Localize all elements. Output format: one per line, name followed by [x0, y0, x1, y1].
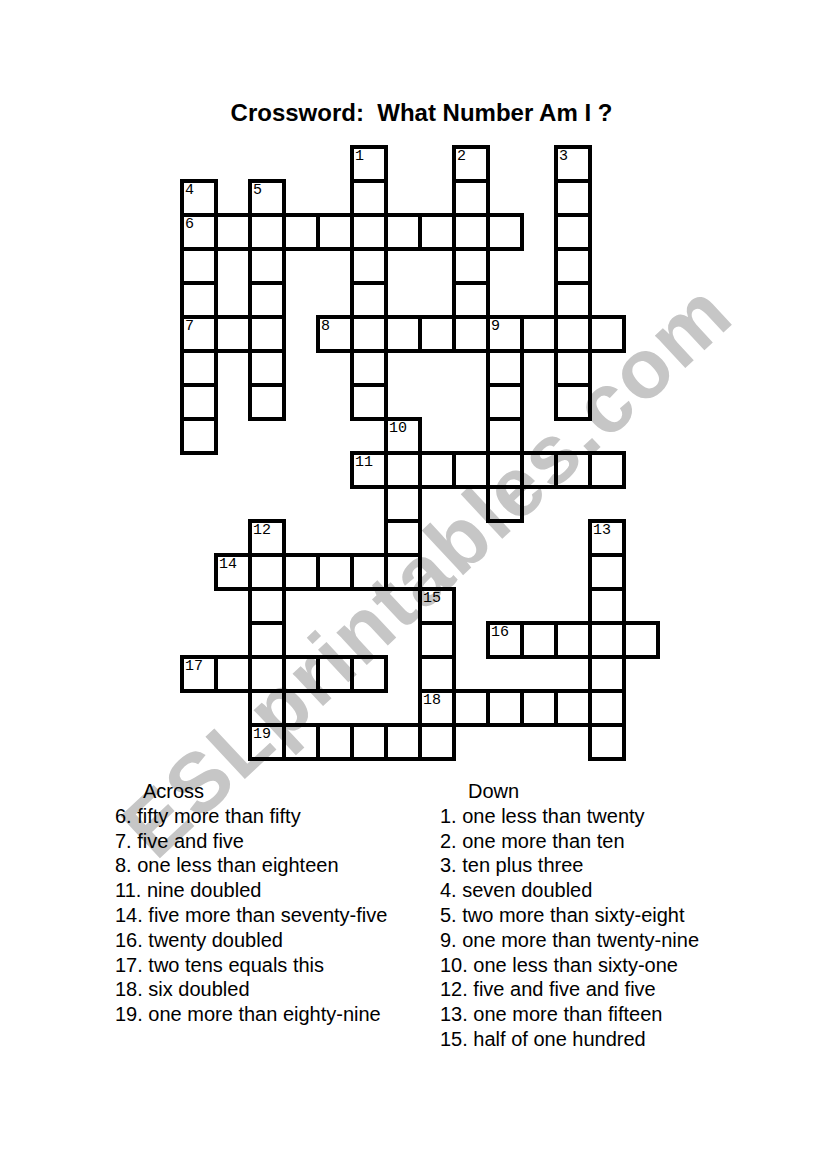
grid-cell[interactable] [316, 553, 354, 591]
grid-cell[interactable] [520, 621, 558, 659]
grid-cell[interactable] [520, 689, 558, 727]
grid-cell[interactable] [350, 281, 388, 319]
clue-number: 18 [423, 693, 441, 708]
across-clue: 16. twenty doubled [115, 928, 445, 953]
grid-cell[interactable] [248, 281, 286, 319]
grid-cell[interactable] [384, 213, 422, 251]
grid-cell[interactable] [350, 383, 388, 421]
grid-cell[interactable] [418, 451, 456, 489]
clue-number: 1 [355, 149, 364, 164]
grid-cell[interactable] [418, 213, 456, 251]
grid-cell[interactable] [418, 723, 456, 761]
grid-cell[interactable] [418, 621, 456, 659]
grid-cell[interactable] [452, 281, 490, 319]
grid-cell[interactable] [486, 349, 524, 387]
grid-cell[interactable] [282, 553, 320, 591]
grid-cell[interactable] [248, 655, 286, 693]
grid-cell[interactable] [248, 247, 286, 285]
across-clue: 18. six doubled [115, 977, 445, 1002]
clue-number: 15 [423, 591, 441, 606]
down-clue: 3. ten plus three [440, 853, 780, 878]
down-clue: 15. half of one hundred [440, 1027, 780, 1052]
across-clue: 19. one more than eighty-nine [115, 1002, 445, 1027]
down-clue: 4. seven doubled [440, 878, 780, 903]
grid-cell[interactable] [588, 587, 626, 625]
grid-cell[interactable] [588, 315, 626, 353]
grid-cell[interactable] [486, 485, 524, 523]
clue-number: 4 [185, 183, 194, 198]
clue-number: 5 [253, 183, 262, 198]
grid-cell[interactable] [588, 723, 626, 761]
down-clue: 10. one less than sixty-one [440, 953, 780, 978]
grid-cell[interactable] [588, 553, 626, 591]
grid-cell[interactable] [248, 383, 286, 421]
grid-cell[interactable] [418, 315, 456, 353]
grid-cell[interactable] [554, 247, 592, 285]
grid-cell[interactable] [248, 621, 286, 659]
grid-cell[interactable]: 7 [180, 315, 218, 353]
grid-cell[interactable]: 19 [248, 723, 286, 761]
grid-cell[interactable] [180, 417, 218, 455]
grid-cell[interactable] [452, 689, 490, 727]
grid-cell[interactable] [384, 315, 422, 353]
grid-cell[interactable] [452, 451, 490, 489]
across-clue: 6. fifty more than fifty [115, 804, 445, 829]
grid-cell[interactable] [588, 655, 626, 693]
grid-cell[interactable]: 12 [248, 519, 286, 557]
down-clue: 12. five and five and five [440, 977, 780, 1002]
grid-cell[interactable]: 15 [418, 587, 456, 625]
clue-number: 7 [185, 319, 194, 334]
grid-cell[interactable] [486, 689, 524, 727]
down-clues-section: Down 1. one less than twenty2. one more … [440, 779, 780, 1052]
grid-cell[interactable]: 5 [248, 179, 286, 217]
grid-cell[interactable] [384, 553, 422, 591]
clue-number: 14 [219, 557, 237, 572]
grid-cell[interactable] [486, 383, 524, 421]
grid-cell[interactable]: 16 [486, 621, 524, 659]
grid-cell[interactable]: 4 [180, 179, 218, 217]
grid-cell[interactable]: 10 [384, 417, 422, 455]
grid-cell[interactable] [282, 213, 320, 251]
grid-cell[interactable] [214, 655, 252, 693]
grid-cell[interactable] [520, 451, 558, 489]
grid-cell[interactable] [316, 213, 354, 251]
clue-number: 8 [321, 319, 330, 334]
grid-cell[interactable] [554, 621, 592, 659]
down-clue: 13. one more than fifteen [440, 1002, 780, 1027]
grid-cell[interactable] [554, 451, 592, 489]
grid-cell[interactable] [554, 213, 592, 251]
grid-cell[interactable] [350, 553, 388, 591]
clue-number: 3 [559, 149, 568, 164]
grid-cell[interactable] [350, 247, 388, 285]
grid-cell[interactable] [588, 621, 626, 659]
grid-cell[interactable] [554, 383, 592, 421]
across-clue: 7. five and five [115, 829, 445, 854]
grid-cell[interactable]: 3 [554, 145, 592, 183]
clue-number: 17 [185, 659, 203, 674]
across-header: Across [115, 779, 445, 804]
grid-cell[interactable] [486, 417, 524, 455]
down-header: Down [440, 779, 780, 804]
grid-cell[interactable]: 1 [350, 145, 388, 183]
grid-cell[interactable] [486, 213, 524, 251]
across-clue-list: 6. fifty more than fifty7. five and five… [115, 804, 445, 1027]
grid-cell[interactable] [248, 689, 286, 727]
grid-cell[interactable] [282, 723, 320, 761]
grid-cell[interactable] [554, 689, 592, 727]
grid-cell[interactable]: 9 [486, 315, 524, 353]
grid-cell[interactable] [384, 451, 422, 489]
grid-cell[interactable]: 18 [418, 689, 456, 727]
grid-cell[interactable] [214, 315, 252, 353]
grid-cell[interactable] [622, 621, 660, 659]
grid-cell[interactable] [282, 655, 320, 693]
down-clue: 1. one less than twenty [440, 804, 780, 829]
grid-cell[interactable]: 11 [350, 451, 388, 489]
grid-cell[interactable] [486, 451, 524, 489]
grid-cell[interactable] [554, 349, 592, 387]
grid-cell[interactable] [418, 655, 456, 693]
worksheet-page: ESLprintables.com Crossword: What Number… [0, 0, 821, 1169]
down-clue: 2. one more than ten [440, 829, 780, 854]
down-clue-list: 1. one less than twenty2. one more than … [440, 804, 780, 1052]
clue-number: 16 [491, 625, 509, 640]
grid-cell[interactable] [588, 451, 626, 489]
grid-cell[interactable] [350, 213, 388, 251]
grid-cell[interactable]: 6 [180, 213, 218, 251]
clue-number: 9 [491, 319, 500, 334]
grid-cell[interactable] [452, 179, 490, 217]
grid-cell[interactable] [248, 553, 286, 591]
grid-cell[interactable] [452, 315, 490, 353]
grid-cell[interactable] [180, 247, 218, 285]
grid-cell[interactable] [452, 213, 490, 251]
grid-cell[interactable] [350, 315, 388, 353]
across-clue: 8. one less than eighteen [115, 853, 445, 878]
grid-cell[interactable] [554, 281, 592, 319]
clue-number: 2 [457, 149, 466, 164]
down-clue: 5. two more than sixty-eight [440, 903, 780, 928]
grid-cell[interactable] [588, 689, 626, 727]
grid-cell[interactable] [248, 213, 286, 251]
grid-cell[interactable] [350, 723, 388, 761]
grid-cell[interactable] [520, 315, 558, 353]
across-clue: 11. nine doubled [115, 878, 445, 903]
grid-cell[interactable]: 13 [588, 519, 626, 557]
grid-cell[interactable]: 8 [316, 315, 354, 353]
across-clues-section: Across 6. fifty more than fifty7. five a… [115, 779, 445, 1027]
grid-cell[interactable] [350, 179, 388, 217]
grid-cell[interactable] [248, 349, 286, 387]
grid-cell[interactable] [554, 315, 592, 353]
grid-cell[interactable] [384, 723, 422, 761]
grid-cell[interactable] [350, 349, 388, 387]
grid-cell[interactable]: 17 [180, 655, 218, 693]
clue-number: 10 [389, 421, 407, 436]
across-clue: 14. five more than seventy-five [115, 903, 445, 928]
grid-cell[interactable]: 2 [452, 145, 490, 183]
grid-cell[interactable] [180, 281, 218, 319]
grid-cell[interactable] [316, 655, 354, 693]
grid-cell[interactable] [350, 655, 388, 693]
clue-number: 13 [593, 523, 611, 538]
across-clue: 17. two tens equals this [115, 953, 445, 978]
clue-number: 6 [185, 217, 194, 232]
grid-cell[interactable] [214, 213, 252, 251]
grid-cell[interactable] [180, 349, 218, 387]
grid-cell[interactable] [554, 179, 592, 217]
clue-number: 12 [253, 523, 271, 538]
clue-number: 11 [355, 455, 373, 470]
grid-cell[interactable] [248, 315, 286, 353]
grid-cell[interactable] [248, 587, 286, 625]
grid-cell[interactable] [384, 485, 422, 523]
grid-cell[interactable] [316, 723, 354, 761]
down-clue: 9. one more than twenty-nine [440, 928, 780, 953]
grid-cell[interactable] [452, 247, 490, 285]
grid-cell[interactable]: 14 [214, 553, 252, 591]
clue-number: 19 [253, 727, 271, 742]
grid-cell[interactable] [384, 519, 422, 557]
grid-cell[interactable] [180, 383, 218, 421]
